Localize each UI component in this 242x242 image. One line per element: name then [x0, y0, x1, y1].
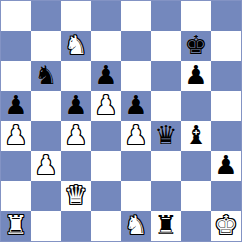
square-a3[interactable] — [1, 151, 31, 181]
square-b6[interactable]: ♞ — [31, 61, 61, 91]
square-f2[interactable] — [151, 181, 181, 211]
square-c4[interactable]: ♟ — [61, 121, 91, 151]
square-g8[interactable] — [181, 1, 211, 31]
black-pawn-icon[interactable]: ♟ — [1, 91, 31, 121]
square-e6[interactable] — [121, 61, 151, 91]
square-e1[interactable]: ♞ — [121, 211, 151, 241]
square-g6[interactable]: ♟ — [181, 61, 211, 91]
square-h3[interactable]: ♟ — [211, 151, 241, 181]
square-d5[interactable]: ♟ — [91, 91, 121, 121]
square-a8[interactable] — [1, 1, 31, 31]
white-pawn-icon[interactable]: ♟ — [31, 151, 61, 181]
black-queen-icon[interactable]: ♛ — [151, 121, 181, 151]
white-rook-icon[interactable]: ♜ — [1, 211, 31, 241]
black-rook-icon[interactable]: ♜ — [151, 211, 181, 241]
white-pawn-icon[interactable]: ♟ — [121, 121, 151, 151]
square-a4[interactable]: ♟ — [1, 121, 31, 151]
square-a2[interactable] — [1, 181, 31, 211]
square-h7[interactable] — [211, 31, 241, 61]
square-d3[interactable] — [91, 151, 121, 181]
square-c6[interactable] — [61, 61, 91, 91]
black-pawn-icon[interactable]: ♟ — [91, 61, 121, 91]
white-knight-icon[interactable]: ♞ — [121, 211, 151, 241]
square-b1[interactable] — [31, 211, 61, 241]
white-knight-icon[interactable]: ♞ — [61, 31, 91, 61]
square-h1[interactable]: ♚ — [211, 211, 241, 241]
square-a1[interactable]: ♜ — [1, 211, 31, 241]
square-h4[interactable] — [211, 121, 241, 151]
square-c1[interactable] — [61, 211, 91, 241]
square-a7[interactable] — [1, 31, 31, 61]
square-c5[interactable]: ♟ — [61, 91, 91, 121]
square-f5[interactable] — [151, 91, 181, 121]
square-c7[interactable]: ♞ — [61, 31, 91, 61]
square-e4[interactable]: ♟ — [121, 121, 151, 151]
square-b7[interactable] — [31, 31, 61, 61]
square-h2[interactable] — [211, 181, 241, 211]
black-knight-icon[interactable]: ♞ — [31, 61, 61, 91]
white-pawn-icon[interactable]: ♟ — [61, 121, 91, 151]
square-g5[interactable] — [181, 91, 211, 121]
square-f4[interactable]: ♛ — [151, 121, 181, 151]
square-f7[interactable] — [151, 31, 181, 61]
black-pawn-icon[interactable]: ♟ — [211, 151, 241, 181]
square-c2[interactable]: ♛ — [61, 181, 91, 211]
square-f3[interactable] — [151, 151, 181, 181]
square-g2[interactable] — [181, 181, 211, 211]
square-h6[interactable] — [211, 61, 241, 91]
white-pawn-icon[interactable]: ♟ — [1, 121, 31, 151]
white-queen-icon[interactable]: ♛ — [61, 181, 91, 211]
square-g4[interactable]: ♝ — [181, 121, 211, 151]
square-a6[interactable] — [1, 61, 31, 91]
black-bishop-icon[interactable]: ♝ — [181, 121, 211, 151]
square-f8[interactable] — [151, 1, 181, 31]
square-a5[interactable]: ♟ — [1, 91, 31, 121]
white-pawn-icon[interactable]: ♟ — [91, 91, 121, 121]
square-h8[interactable] — [211, 1, 241, 31]
square-b3[interactable]: ♟ — [31, 151, 61, 181]
square-b2[interactable] — [31, 181, 61, 211]
square-h5[interactable] — [211, 91, 241, 121]
white-king-icon[interactable]: ♚ — [211, 211, 241, 241]
square-f6[interactable] — [151, 61, 181, 91]
square-d7[interactable] — [91, 31, 121, 61]
black-pawn-icon[interactable]: ♟ — [181, 61, 211, 91]
square-d1[interactable] — [91, 211, 121, 241]
square-d6[interactable]: ♟ — [91, 61, 121, 91]
black-pawn-icon[interactable]: ♟ — [121, 91, 151, 121]
square-e5[interactable]: ♟ — [121, 91, 151, 121]
chess-board: ♞♚♞♟♟♟♟♟♟♟♟♟♛♝♟♟♛♜♞♜♚ — [0, 0, 242, 242]
square-b5[interactable] — [31, 91, 61, 121]
square-c3[interactable] — [61, 151, 91, 181]
square-b4[interactable] — [31, 121, 61, 151]
square-d4[interactable] — [91, 121, 121, 151]
black-king-icon[interactable]: ♚ — [181, 31, 211, 61]
square-d8[interactable] — [91, 1, 121, 31]
black-pawn-icon[interactable]: ♟ — [61, 91, 91, 121]
square-e8[interactable] — [121, 1, 151, 31]
square-e7[interactable] — [121, 31, 151, 61]
square-g7[interactable]: ♚ — [181, 31, 211, 61]
square-f1[interactable]: ♜ — [151, 211, 181, 241]
square-e2[interactable] — [121, 181, 151, 211]
square-g3[interactable] — [181, 151, 211, 181]
square-b8[interactable] — [31, 1, 61, 31]
square-e3[interactable] — [121, 151, 151, 181]
square-c8[interactable] — [61, 1, 91, 31]
square-d2[interactable] — [91, 181, 121, 211]
square-g1[interactable] — [181, 211, 211, 241]
